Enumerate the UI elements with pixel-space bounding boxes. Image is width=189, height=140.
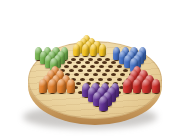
board-hole[interactable] [102,73,107,76]
board-hole[interactable] [76,61,81,64]
board-hole[interactable] [67,61,72,64]
board-hole[interactable] [78,69,83,72]
board-hole[interactable] [117,78,122,81]
board-hole[interactable] [71,58,76,61]
board-hole[interactable] [74,73,79,76]
peg-yellow[interactable] [90,44,97,57]
board-hole[interactable] [87,69,92,72]
board-hole[interactable] [94,61,99,64]
board [0,0,189,140]
board-hole[interactable] [93,73,98,76]
board-hole[interactable] [108,65,113,68]
peg-red[interactable] [123,79,132,93]
peg-orange[interactable] [57,79,66,93]
peg-orange[interactable] [67,79,76,93]
board-hole[interactable] [88,58,93,61]
board-hole[interactable] [98,78,103,81]
board-hole[interactable] [76,82,81,85]
peg-orange[interactable] [48,79,57,93]
board-hole[interactable] [120,73,125,76]
peg-yellow[interactable] [82,44,89,57]
peg-red[interactable] [133,79,142,93]
board-hole[interactable] [123,69,128,72]
board-hole[interactable] [111,61,116,64]
board-hole[interactable] [97,58,102,61]
board-hole[interactable] [80,78,85,81]
board-hole[interactable] [84,73,89,76]
peg-yellow[interactable] [73,44,80,57]
board-hole[interactable] [107,78,112,81]
peg-yellow[interactable] [99,44,106,57]
board-hole[interactable] [79,58,84,61]
board-hole[interactable] [96,69,101,72]
peg-red[interactable] [152,79,161,93]
board-hole[interactable] [99,65,104,68]
board-hole[interactable] [73,65,78,68]
board-hole[interactable] [85,61,90,64]
board-hole[interactable] [64,65,69,68]
peg-red[interactable] [142,79,151,93]
board-hole[interactable] [111,73,116,76]
board-hole[interactable] [81,65,86,68]
peg-orange[interactable] [39,79,48,93]
board-hole[interactable] [114,69,119,72]
board-hole[interactable] [102,61,107,64]
chinese-checkers-board-photo [0,0,189,140]
peg-purple[interactable] [99,96,108,111]
board-hole[interactable] [105,58,110,61]
board-hole[interactable] [69,69,74,72]
board-hole[interactable] [117,65,122,68]
board-hole[interactable] [90,65,95,68]
board-hole[interactable] [105,69,110,72]
board-hole[interactable] [89,78,94,81]
